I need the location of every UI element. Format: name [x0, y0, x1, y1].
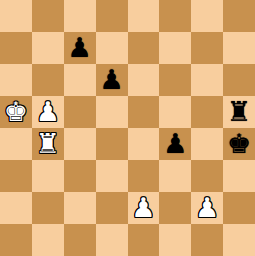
square-e1[interactable] [128, 224, 160, 256]
white-rook-piece: ♜ [36, 130, 60, 157]
square-d7[interactable] [96, 32, 128, 64]
square-h3[interactable] [223, 160, 255, 192]
square-f8[interactable] [159, 0, 191, 32]
square-f1[interactable] [159, 224, 191, 256]
square-g1[interactable] [191, 224, 223, 256]
square-b2[interactable] [32, 192, 64, 224]
square-a5[interactable]: ♚ [0, 96, 32, 128]
square-b1[interactable] [32, 224, 64, 256]
square-c6[interactable] [64, 64, 96, 96]
square-b8[interactable] [32, 0, 64, 32]
square-f6[interactable] [159, 64, 191, 96]
black-rook-piece: ♜ [227, 98, 251, 125]
square-c4[interactable] [64, 128, 96, 160]
square-a3[interactable] [0, 160, 32, 192]
square-g8[interactable] [191, 0, 223, 32]
square-g6[interactable] [191, 64, 223, 96]
square-d5[interactable] [96, 96, 128, 128]
square-e7[interactable] [128, 32, 160, 64]
square-d6[interactable]: ♟ [96, 64, 128, 96]
square-a2[interactable] [0, 192, 32, 224]
square-h8[interactable] [223, 0, 255, 32]
white-king-piece: ♚ [4, 98, 28, 125]
white-pawn-piece: ♟ [131, 194, 155, 221]
square-g7[interactable] [191, 32, 223, 64]
square-c7[interactable]: ♟ [64, 32, 96, 64]
square-h7[interactable] [223, 32, 255, 64]
square-b5[interactable]: ♟ [32, 96, 64, 128]
square-c5[interactable] [64, 96, 96, 128]
square-c3[interactable] [64, 160, 96, 192]
square-a6[interactable] [0, 64, 32, 96]
square-g4[interactable] [191, 128, 223, 160]
square-b6[interactable] [32, 64, 64, 96]
square-h2[interactable] [223, 192, 255, 224]
square-f7[interactable] [159, 32, 191, 64]
black-king-piece: ♚ [227, 130, 251, 157]
square-d2[interactable] [96, 192, 128, 224]
square-d4[interactable] [96, 128, 128, 160]
square-f3[interactable] [159, 160, 191, 192]
square-d8[interactable] [96, 0, 128, 32]
black-pawn-piece: ♟ [163, 130, 187, 157]
square-c2[interactable] [64, 192, 96, 224]
square-d1[interactable] [96, 224, 128, 256]
square-e8[interactable] [128, 0, 160, 32]
black-pawn-piece: ♟ [99, 66, 123, 93]
square-h5[interactable]: ♜ [223, 96, 255, 128]
square-g2[interactable]: ♟ [191, 192, 223, 224]
square-h6[interactable] [223, 64, 255, 96]
square-b4[interactable]: ♜ [32, 128, 64, 160]
square-f2[interactable] [159, 192, 191, 224]
square-g3[interactable] [191, 160, 223, 192]
square-c8[interactable] [64, 0, 96, 32]
square-b3[interactable] [32, 160, 64, 192]
white-pawn-piece: ♟ [36, 98, 60, 125]
square-e6[interactable] [128, 64, 160, 96]
square-a1[interactable] [0, 224, 32, 256]
square-h4[interactable]: ♚ [223, 128, 255, 160]
square-a7[interactable] [0, 32, 32, 64]
square-e4[interactable] [128, 128, 160, 160]
black-pawn-piece: ♟ [68, 34, 92, 61]
square-e3[interactable] [128, 160, 160, 192]
square-b7[interactable] [32, 32, 64, 64]
square-h1[interactable] [223, 224, 255, 256]
square-d3[interactable] [96, 160, 128, 192]
chess-board: ♟♟♚♟♜♜♟♚♟♟ [0, 0, 255, 256]
square-f5[interactable] [159, 96, 191, 128]
white-pawn-piece: ♟ [195, 194, 219, 221]
square-a8[interactable] [0, 0, 32, 32]
square-g5[interactable] [191, 96, 223, 128]
square-c1[interactable] [64, 224, 96, 256]
square-f4[interactable]: ♟ [159, 128, 191, 160]
square-e2[interactable]: ♟ [128, 192, 160, 224]
square-a4[interactable] [0, 128, 32, 160]
square-e5[interactable] [128, 96, 160, 128]
